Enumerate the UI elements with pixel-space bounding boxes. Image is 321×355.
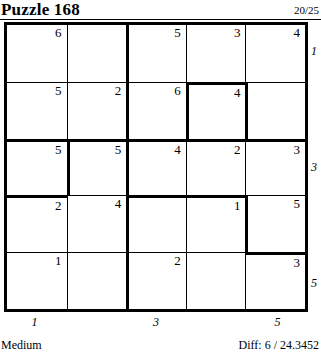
given-number: 5 bbox=[115, 142, 122, 157]
given-number: 5 bbox=[174, 25, 181, 40]
cell-r4c5[interactable]: 5 bbox=[245, 195, 305, 252]
cell-r1c3[interactable]: 5 bbox=[126, 25, 186, 82]
given-number: 4 bbox=[293, 25, 300, 40]
page-title: Puzzle 168 bbox=[1, 0, 80, 19]
cell-r3c4[interactable]: 2 bbox=[186, 139, 246, 196]
given-number: 1 bbox=[234, 198, 241, 213]
cell-r3c1[interactable]: 5 bbox=[7, 139, 67, 196]
cell-r4c2[interactable]: 4 bbox=[67, 195, 127, 252]
cell-r2c2[interactable]: 2 bbox=[67, 82, 127, 139]
given-number: 6 bbox=[55, 25, 62, 40]
puzzle-page: Puzzle 168 20/25 65345264554232415123 13… bbox=[0, 0, 321, 355]
given-number: 4 bbox=[234, 85, 241, 100]
cell-r4c3[interactable] bbox=[126, 195, 186, 252]
cell-r2c5[interactable] bbox=[245, 82, 305, 139]
givens-counter: 20/25 bbox=[294, 3, 319, 17]
title-divider bbox=[0, 19, 321, 20]
given-number: 2 bbox=[234, 142, 241, 157]
given-number: 2 bbox=[174, 253, 181, 268]
col-label-3: 3 bbox=[141, 314, 171, 330]
col-label-5: 5 bbox=[263, 314, 293, 330]
given-number: 5 bbox=[55, 142, 62, 157]
row-label-5: 5 bbox=[307, 275, 321, 291]
given-number: 2 bbox=[115, 83, 122, 98]
cell-r5c2[interactable] bbox=[67, 252, 127, 309]
given-number: 3 bbox=[293, 255, 300, 270]
cell-r1c2[interactable] bbox=[67, 25, 127, 82]
row-label-1: 1 bbox=[307, 43, 321, 59]
given-number: 2 bbox=[55, 198, 62, 213]
puzzle-board: 65345264554232415123 bbox=[4, 22, 308, 312]
cell-r1c1[interactable]: 6 bbox=[7, 25, 67, 82]
cell-r1c4[interactable]: 3 bbox=[186, 25, 246, 82]
given-number: 4 bbox=[115, 196, 122, 211]
cell-r3c2[interactable]: 5 bbox=[67, 139, 127, 196]
cell-r2c4[interactable]: 4 bbox=[186, 82, 246, 139]
cell-r5c3[interactable]: 2 bbox=[126, 252, 186, 309]
cell-r4c1[interactable]: 2 bbox=[7, 195, 67, 252]
difficulty-stats: Diff: 6 / 24.3452 bbox=[239, 338, 319, 353]
cell-r2c1[interactable]: 5 bbox=[7, 82, 67, 139]
cell-r5c4[interactable] bbox=[186, 252, 246, 309]
given-number: 6 bbox=[174, 83, 181, 98]
cell-r1c5[interactable]: 4 bbox=[245, 25, 305, 82]
cell-r2c3[interactable]: 6 bbox=[126, 82, 186, 139]
row-label-3: 3 bbox=[307, 159, 321, 175]
given-number: 5 bbox=[55, 83, 62, 98]
col-label-1: 1 bbox=[19, 314, 49, 330]
cell-r5c5[interactable]: 3 bbox=[245, 252, 305, 309]
cell-r5c1[interactable]: 1 bbox=[7, 252, 67, 309]
given-number: 4 bbox=[174, 142, 181, 157]
cell-r3c5[interactable]: 3 bbox=[245, 139, 305, 196]
given-number: 3 bbox=[293, 142, 300, 157]
difficulty-label: Medium bbox=[1, 338, 42, 353]
given-number: 3 bbox=[234, 25, 241, 40]
cell-r3c3[interactable]: 4 bbox=[126, 139, 186, 196]
cell-r4c4[interactable]: 1 bbox=[186, 195, 246, 252]
given-number: 5 bbox=[293, 196, 300, 211]
given-number: 1 bbox=[55, 253, 62, 268]
